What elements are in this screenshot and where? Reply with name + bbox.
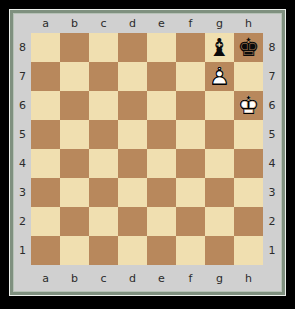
file-label-top-b: b [60,14,89,33]
square-h1[interactable] [234,236,263,265]
square-e8[interactable] [147,33,176,62]
file-label-bottom-e: e [147,265,176,291]
piece-outline-glyph: ♔ [234,91,263,120]
rank-label-right-7: 7 [263,62,281,91]
square-f8[interactable] [176,33,205,62]
piece-glyph: ♝ [205,33,234,62]
frame-corner-top-left [14,14,31,33]
board-frame-edge: abcdefgh8♝♚87♟♙76♚♔65544332211abcdefgh [10,10,285,295]
piece-white-pawn[interactable]: ♟♙ [205,62,234,91]
rank-label-right-2: 2 [263,207,281,236]
square-b4[interactable] [60,149,89,178]
square-b7[interactable] [60,62,89,91]
square-d3[interactable] [118,178,147,207]
square-h2[interactable] [234,207,263,236]
square-a2[interactable] [31,207,60,236]
square-e2[interactable] [147,207,176,236]
square-a1[interactable] [31,236,60,265]
rank-label-right-6: 6 [263,91,281,120]
square-d6[interactable] [118,91,147,120]
chess-board: abcdefgh8♝♚87♟♙76♚♔65544332211abcdefgh [14,14,281,291]
file-label-bottom-c: c [89,265,118,291]
square-e7[interactable] [147,62,176,91]
frame-corner-bottom-left [14,265,31,291]
square-c3[interactable] [89,178,118,207]
square-e4[interactable] [147,149,176,178]
rank-label-right-5: 5 [263,120,281,149]
square-c5[interactable] [89,120,118,149]
square-g8[interactable]: ♝ [205,33,234,62]
square-a4[interactable] [31,149,60,178]
square-e6[interactable] [147,91,176,120]
square-h5[interactable] [234,120,263,149]
square-f2[interactable] [176,207,205,236]
rank-label-right-8: 8 [263,33,281,62]
rank-label-left-2: 2 [14,207,31,236]
file-label-top-g: g [205,14,234,33]
file-label-top-c: c [89,14,118,33]
file-label-bottom-b: b [60,265,89,291]
rank-label-left-1: 1 [14,236,31,265]
square-h8[interactable]: ♚ [234,33,263,62]
piece-black-bishop[interactable]: ♝ [205,33,234,62]
square-d7[interactable] [118,62,147,91]
square-a3[interactable] [31,178,60,207]
board-frame: abcdefgh8♝♚87♟♙76♚♔65544332211abcdefgh [9,9,286,296]
rank-label-left-8: 8 [14,33,31,62]
square-d1[interactable] [118,236,147,265]
rank-label-left-4: 4 [14,149,31,178]
square-f5[interactable] [176,120,205,149]
square-f1[interactable] [176,236,205,265]
file-label-bottom-h: h [234,265,263,291]
square-h3[interactable] [234,178,263,207]
square-g1[interactable] [205,236,234,265]
frame-corner-top-right [263,14,281,33]
square-f3[interactable] [176,178,205,207]
rank-label-right-4: 4 [263,149,281,178]
square-b3[interactable] [60,178,89,207]
square-b6[interactable] [60,91,89,120]
piece-black-king[interactable]: ♚ [234,33,263,62]
rank-label-left-5: 5 [14,120,31,149]
square-a8[interactable] [31,33,60,62]
square-c8[interactable] [89,33,118,62]
square-f4[interactable] [176,149,205,178]
file-label-top-h: h [234,14,263,33]
square-e5[interactable] [147,120,176,149]
square-a7[interactable] [31,62,60,91]
square-f6[interactable] [176,91,205,120]
file-label-bottom-a: a [31,265,60,291]
rank-label-left-7: 7 [14,62,31,91]
square-g6[interactable] [205,91,234,120]
file-label-top-d: d [118,14,147,33]
square-h4[interactable] [234,149,263,178]
square-a6[interactable] [31,91,60,120]
square-b8[interactable] [60,33,89,62]
piece-white-king[interactable]: ♚♔ [234,91,263,120]
square-g7[interactable]: ♟♙ [205,62,234,91]
square-h6[interactable]: ♚♔ [234,91,263,120]
rank-label-right-1: 1 [263,236,281,265]
rank-label-left-3: 3 [14,178,31,207]
square-d8[interactable] [118,33,147,62]
square-b5[interactable] [60,120,89,149]
square-d5[interactable] [118,120,147,149]
rank-label-right-3: 3 [263,178,281,207]
square-g5[interactable] [205,120,234,149]
square-d2[interactable] [118,207,147,236]
square-g3[interactable] [205,178,234,207]
piece-outline-glyph: ♙ [205,62,234,91]
square-e1[interactable] [147,236,176,265]
file-label-bottom-g: g [205,265,234,291]
square-c6[interactable] [89,91,118,120]
file-label-top-a: a [31,14,60,33]
square-g2[interactable] [205,207,234,236]
frame-corner-bottom-right [263,265,281,291]
square-d4[interactable] [118,149,147,178]
board-frame-margin: abcdefgh8♝♚87♟♙76♚♔65544332211abcdefgh [13,13,282,292]
square-b1[interactable] [60,236,89,265]
file-label-top-e: e [147,14,176,33]
chess-diagram: abcdefgh8♝♚87♟♙76♚♔65544332211abcdefgh [0,0,295,309]
file-label-top-f: f [176,14,205,33]
piece-glyph: ♚ [234,33,263,62]
square-e3[interactable] [147,178,176,207]
square-b2[interactable] [60,207,89,236]
rank-label-left-6: 6 [14,91,31,120]
square-c7[interactable] [89,62,118,91]
file-label-bottom-f: f [176,265,205,291]
square-c2[interactable] [89,207,118,236]
square-g4[interactable] [205,149,234,178]
square-c1[interactable] [89,236,118,265]
file-label-bottom-d: d [118,265,147,291]
square-c4[interactable] [89,149,118,178]
square-f7[interactable] [176,62,205,91]
square-h7[interactable] [234,62,263,91]
square-a5[interactable] [31,120,60,149]
